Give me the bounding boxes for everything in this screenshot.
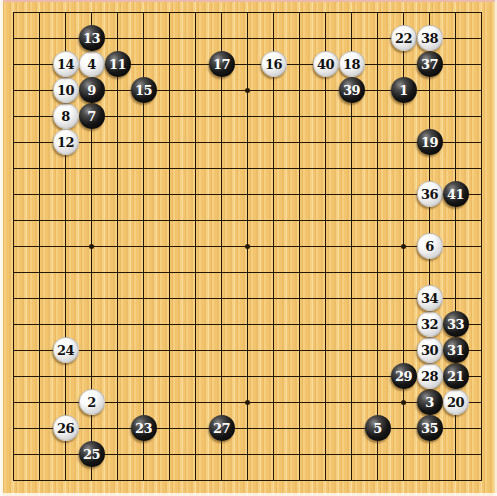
stone-black-D2[interactable]: 25 [79, 441, 105, 467]
stone-white-N17[interactable]: 40 [313, 51, 339, 77]
stone-white-R10[interactable]: 6 [417, 233, 443, 259]
stone-white-S4[interactable]: 20 [443, 389, 469, 415]
star-point [245, 244, 250, 249]
go-board[interactable]: 1234567891011121314151617181920212223242… [0, 0, 497, 496]
stone-black-O16[interactable]: 39 [339, 77, 365, 103]
stone-black-E17[interactable]: 11 [105, 51, 131, 77]
stone-black-D18[interactable]: 13 [79, 25, 105, 51]
stone-black-S7[interactable]: 33 [443, 311, 469, 337]
stone-white-C16[interactable]: 10 [53, 77, 79, 103]
star-point [245, 400, 250, 405]
stone-white-R5[interactable]: 28 [417, 363, 443, 389]
stone-white-D4[interactable]: 2 [79, 389, 105, 415]
stone-black-P3[interactable]: 5 [365, 415, 391, 441]
stone-black-Q5[interactable]: 29 [391, 363, 417, 389]
stone-black-S6[interactable]: 31 [443, 337, 469, 363]
stone-black-D15[interactable]: 7 [79, 103, 105, 129]
stone-white-C3[interactable]: 26 [53, 415, 79, 441]
stone-white-Q18[interactable]: 22 [391, 25, 417, 51]
stone-black-S5[interactable]: 21 [443, 363, 469, 389]
star-point [89, 244, 94, 249]
stone-black-Q16[interactable]: 1 [391, 77, 417, 103]
stone-black-F3[interactable]: 23 [131, 415, 157, 441]
stone-white-R8[interactable]: 34 [417, 285, 443, 311]
board-edge-left [0, 0, 3, 496]
stone-white-R18[interactable]: 38 [417, 25, 443, 51]
stone-white-L17[interactable]: 16 [261, 51, 287, 77]
stone-black-R4[interactable]: 3 [417, 389, 443, 415]
stone-white-R7[interactable]: 32 [417, 311, 443, 337]
stone-white-R6[interactable]: 30 [417, 337, 443, 363]
stone-black-S12[interactable]: 41 [443, 181, 469, 207]
stone-white-R12[interactable]: 36 [417, 181, 443, 207]
stone-black-R14[interactable]: 19 [417, 129, 443, 155]
stone-white-C6[interactable]: 24 [53, 337, 79, 363]
board-grid: 1234567891011121314151617181920212223242… [1, 0, 495, 493]
stone-white-C14[interactable]: 12 [53, 129, 79, 155]
stone-black-D16[interactable]: 9 [79, 77, 105, 103]
stone-black-J17[interactable]: 17 [209, 51, 235, 77]
stone-white-C17[interactable]: 14 [53, 51, 79, 77]
stone-black-R17[interactable]: 37 [417, 51, 443, 77]
star-point [245, 88, 250, 93]
stone-black-R3[interactable]: 35 [417, 415, 443, 441]
board-edge-top [0, 0, 497, 2]
star-point [401, 400, 406, 405]
star-point [401, 244, 406, 249]
stone-white-O17[interactable]: 18 [339, 51, 365, 77]
stone-white-D17[interactable]: 4 [79, 51, 105, 77]
stone-white-C15[interactable]: 8 [53, 103, 79, 129]
stone-black-J3[interactable]: 27 [209, 415, 235, 441]
stone-black-F16[interactable]: 15 [131, 77, 157, 103]
